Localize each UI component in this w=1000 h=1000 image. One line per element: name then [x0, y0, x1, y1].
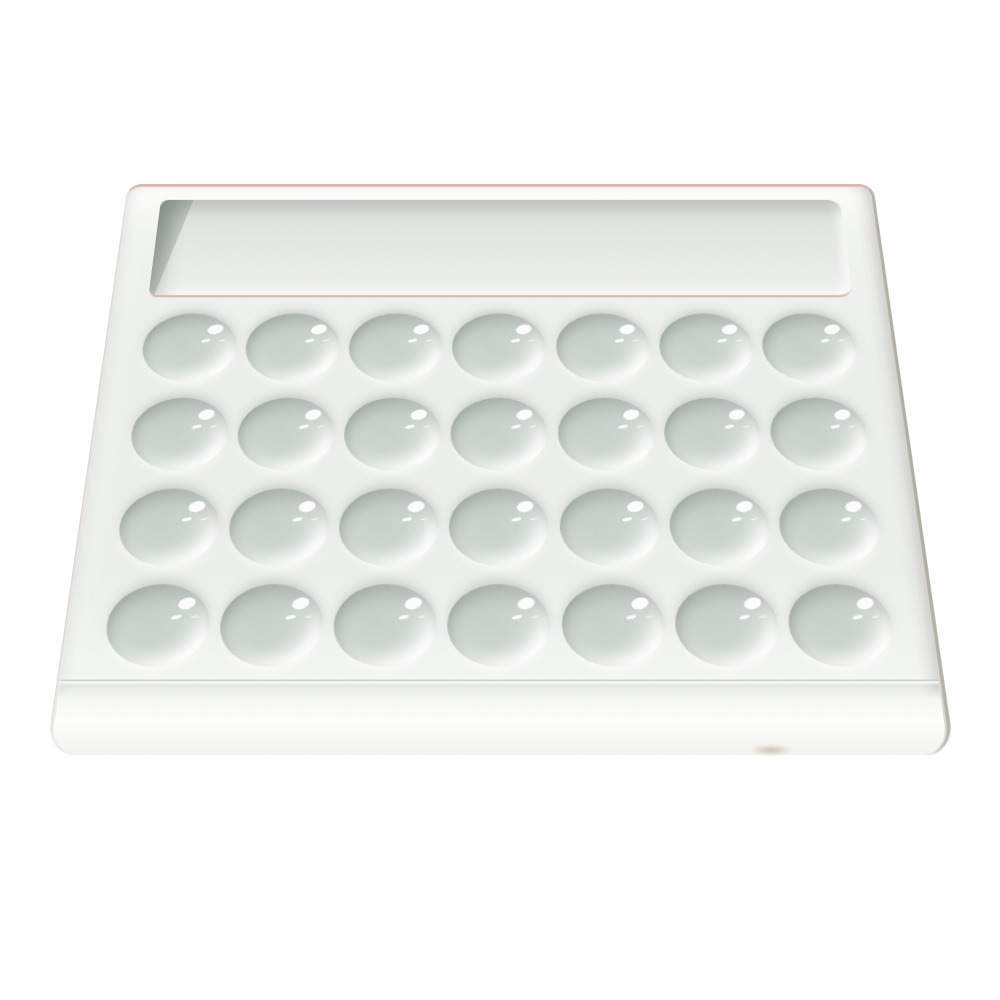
pit-r4-c1: [101, 584, 213, 666]
pit-r4-c3: [332, 584, 438, 666]
pit-r3-c3: [337, 488, 440, 565]
pit-grid: [94, 305, 904, 677]
pit-r3-c5: [559, 488, 661, 565]
pit-r4-c6: [673, 584, 782, 666]
pit-r3-c2: [226, 488, 331, 565]
pit-r2-c6: [662, 398, 764, 470]
tray-front-edge: [50, 680, 949, 755]
brush-trough: [148, 200, 852, 297]
pit-r1-c7: [760, 313, 861, 381]
pit-r3-c1: [114, 488, 222, 565]
pit-r1-c4: [452, 313, 547, 381]
pit-r2-c5: [557, 398, 656, 470]
tray-foot-shadow: [750, 744, 792, 756]
ceramic-tray: [46, 184, 955, 755]
pit-r3-c6: [668, 488, 773, 565]
trough-left-shadow: [149, 200, 216, 295]
pit-r1-c3: [347, 313, 443, 381]
pit-r2-c7: [768, 398, 873, 470]
pit-r4-c7: [785, 584, 897, 666]
pit-r1-c6: [657, 313, 756, 381]
pit-r2-c4: [451, 398, 549, 470]
caption: Empty white ceramic tray with a brush tr…: [0, 0, 1, 1]
pit-r4-c2: [216, 584, 325, 666]
pit-r1-c1: [138, 313, 239, 381]
pit-r4-c4: [447, 584, 551, 666]
pit-r1-c5: [555, 313, 651, 381]
pit-r4-c5: [561, 584, 667, 666]
pit-r3-c4: [449, 488, 550, 565]
pit-r2-c2: [235, 398, 337, 470]
product-photo-scene: Empty white ceramic tray with a brush tr…: [0, 0, 1000, 1000]
pit-r2-c3: [343, 398, 442, 470]
pit-r3-c7: [776, 488, 884, 565]
pit-r2-c1: [127, 398, 232, 470]
pit-r1-c2: [243, 313, 342, 381]
